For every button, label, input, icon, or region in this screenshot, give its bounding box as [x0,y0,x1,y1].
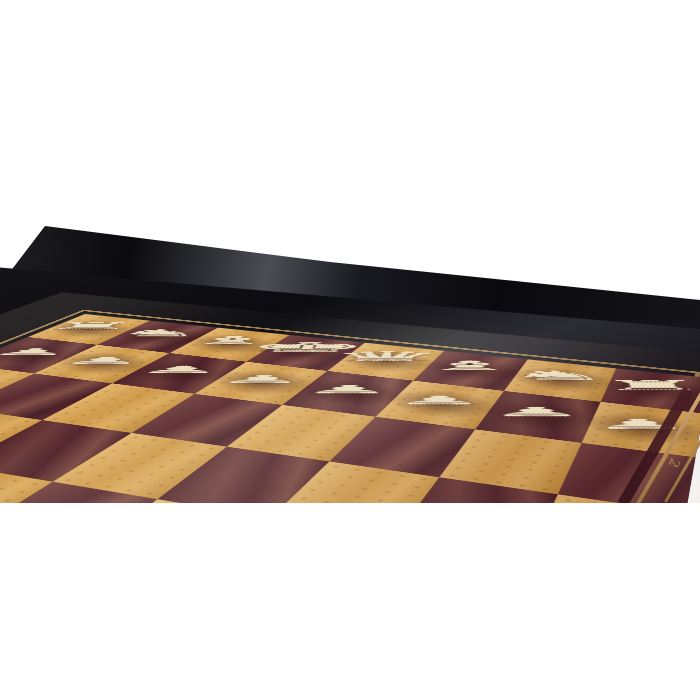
page: { "game": "chess", "scene": { "type": "p… [0,0,700,700]
chess-board: ♜♞♝♚♛♝♞♜♟♟♟♟♟♟♟♟ [0,314,700,503]
product-photo-scene: ♜♞♝♚♛♝♞♜♟♟♟♟♟♟♟♟ 2 [0,0,700,503]
